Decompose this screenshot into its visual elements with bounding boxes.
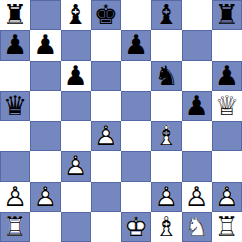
white-queen-fill: ♛ [212,91,242,121]
square-a7[interactable]: ♟ [0,30,30,60]
white-rook[interactable]: ♜♖ [0,212,30,242]
white-pawn-fill: ♟ [61,151,91,181]
black-pawn-glyph: ♟ [121,30,151,60]
white-pawn[interactable]: ♟♙ [182,182,212,212]
square-d7[interactable] [91,30,121,60]
white-pawn-fill: ♟ [212,182,242,212]
square-d3[interactable] [91,151,121,181]
square-d4[interactable]: ♟♙ [91,121,121,151]
square-f5[interactable] [151,91,181,121]
black-king[interactable]: ♚ [91,0,121,30]
white-knight-outline: ♘ [182,212,212,242]
black-pawn-glyph: ♟ [30,30,60,60]
white-pawn[interactable]: ♟♙ [30,182,60,212]
white-bishop-outline: ♗ [151,212,181,242]
black-pawn-glyph: ♟ [61,61,91,91]
black-pawn[interactable]: ♟ [121,30,151,60]
square-h4[interactable] [212,121,242,151]
square-g6[interactable] [182,61,212,91]
square-e3[interactable] [121,151,151,181]
white-pawn-outline: ♙ [91,121,121,151]
square-c2[interactable] [61,182,91,212]
square-e5[interactable] [121,91,151,121]
square-c8[interactable]: ♝ [61,0,91,30]
black-rook[interactable]: ♜ [212,0,242,30]
black-bishop[interactable]: ♝ [151,0,181,30]
white-pawn-fill: ♟ [182,182,212,212]
square-e1[interactable]: ♚♔ [121,212,151,242]
black-pawn[interactable]: ♟ [0,30,30,60]
white-bishop-fill: ♝ [151,121,181,151]
white-knight-fill: ♞ [182,212,212,242]
white-pawn-outline: ♙ [61,151,91,181]
square-g2[interactable]: ♟♙ [182,182,212,212]
square-f6[interactable]: ♞ [151,61,181,91]
square-c5[interactable] [61,91,91,121]
square-h7[interactable] [212,30,242,60]
white-queen[interactable]: ♛♕ [212,91,242,121]
white-pawn-fill: ♟ [0,182,30,212]
black-queen-glyph: ♛ [0,91,30,121]
square-g1[interactable]: ♞♘ [182,212,212,242]
black-rook[interactable]: ♜ [0,0,30,30]
white-bishop[interactable]: ♝♗ [151,212,181,242]
white-pawn-fill: ♟ [91,121,121,151]
square-f8[interactable]: ♝ [151,0,181,30]
square-b4[interactable] [30,121,60,151]
square-b5[interactable] [30,91,60,121]
square-a5[interactable]: ♛ [0,91,30,121]
chess-board: ♜♝♚♝♜♟♟♟♟♞♟♛♟♛♕♟♙♝♗♟♙♟♙♟♙♟♙♟♙♟♙♜♖♚♔♝♗♞♘♜… [0,0,242,242]
square-f4[interactable]: ♝♗ [151,121,181,151]
square-f7[interactable] [151,30,181,60]
square-e8[interactable] [121,0,151,30]
square-a8[interactable]: ♜ [0,0,30,30]
black-bishop[interactable]: ♝ [61,0,91,30]
black-knight-glyph: ♞ [151,61,181,91]
black-pawn[interactable]: ♟ [30,30,60,60]
square-h2[interactable]: ♟♙ [212,182,242,212]
black-rook-glyph: ♜ [212,0,242,30]
black-bishop-glyph: ♝ [151,0,181,30]
white-bishop[interactable]: ♝♗ [151,121,181,151]
white-bishop-outline: ♗ [151,121,181,151]
black-rook-glyph: ♜ [0,0,30,30]
square-a1[interactable]: ♜♖ [0,212,30,242]
square-d8[interactable]: ♚ [91,0,121,30]
white-pawn-outline: ♙ [212,182,242,212]
white-rook-outline: ♖ [0,212,30,242]
square-a2[interactable]: ♟♙ [0,182,30,212]
black-king-glyph: ♚ [91,0,121,30]
white-pawn-fill: ♟ [151,182,181,212]
white-king[interactable]: ♚♔ [121,212,151,242]
white-rook[interactable]: ♜♖ [212,212,242,242]
square-b1[interactable] [30,212,60,242]
square-f2[interactable]: ♟♙ [151,182,181,212]
black-pawn-glyph: ♟ [182,91,212,121]
square-b7[interactable]: ♟ [30,30,60,60]
black-queen[interactable]: ♛ [0,91,30,121]
square-c3[interactable]: ♟♙ [61,151,91,181]
square-a4[interactable] [0,121,30,151]
square-a3[interactable] [0,151,30,181]
white-knight[interactable]: ♞♘ [182,212,212,242]
square-c7[interactable] [61,30,91,60]
square-c6[interactable]: ♟ [61,61,91,91]
square-g3[interactable] [182,151,212,181]
black-pawn-glyph: ♟ [0,30,30,60]
white-pawn[interactable]: ♟♙ [151,182,181,212]
square-e4[interactable] [121,121,151,151]
black-knight[interactable]: ♞ [151,61,181,91]
white-pawn[interactable]: ♟♙ [0,182,30,212]
square-b8[interactable] [30,0,60,30]
square-g4[interactable] [182,121,212,151]
square-g5[interactable]: ♟ [182,91,212,121]
square-h8[interactable]: ♜ [212,0,242,30]
square-h1[interactable]: ♜♖ [212,212,242,242]
white-bishop-fill: ♝ [151,212,181,242]
square-e2[interactable] [121,182,151,212]
square-g8[interactable] [182,0,212,30]
black-pawn[interactable]: ♟ [61,61,91,91]
white-rook-fill: ♜ [0,212,30,242]
square-c1[interactable] [61,212,91,242]
square-e6[interactable] [121,61,151,91]
square-d5[interactable] [91,91,121,121]
white-pawn[interactable]: ♟♙ [61,151,91,181]
black-bishop-glyph: ♝ [61,0,91,30]
square-e7[interactable]: ♟ [121,30,151,60]
square-h3[interactable] [212,151,242,181]
white-rook-fill: ♜ [212,212,242,242]
square-f3[interactable] [151,151,181,181]
white-pawn-outline: ♙ [30,182,60,212]
white-pawn-fill: ♟ [30,182,60,212]
white-king-outline: ♔ [121,212,151,242]
black-pawn[interactable]: ♟ [212,61,242,91]
square-b6[interactable] [30,61,60,91]
square-a6[interactable] [0,61,30,91]
square-d2[interactable] [91,182,121,212]
black-pawn-glyph: ♟ [212,61,242,91]
square-g7[interactable] [182,30,212,60]
white-pawn-outline: ♙ [182,182,212,212]
white-king-fill: ♚ [121,212,151,242]
square-d1[interactable] [91,212,121,242]
square-f1[interactable]: ♝♗ [151,212,181,242]
white-pawn-outline: ♙ [0,182,30,212]
square-b2[interactable]: ♟♙ [30,182,60,212]
white-rook-outline: ♖ [212,212,242,242]
square-c4[interactable] [61,121,91,151]
black-pawn[interactable]: ♟ [182,91,212,121]
square-d6[interactable] [91,61,121,91]
white-pawn-outline: ♙ [151,182,181,212]
square-b3[interactable] [30,151,60,181]
square-h6[interactable]: ♟ [212,61,242,91]
white-pawn[interactable]: ♟♙ [91,121,121,151]
square-h5[interactable]: ♛♕ [212,91,242,121]
white-queen-outline: ♕ [212,91,242,121]
white-pawn[interactable]: ♟♙ [212,182,242,212]
